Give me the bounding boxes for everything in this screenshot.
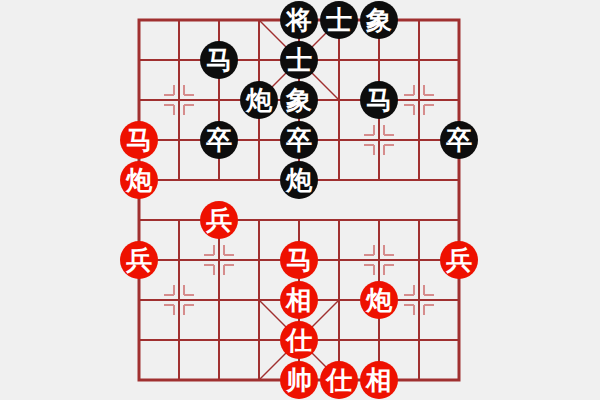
board-point[interactable]: [319, 160, 359, 200]
piece-black-advisor[interactable]: 士: [320, 1, 358, 39]
board-point[interactable]: [239, 200, 279, 240]
board-point[interactable]: [239, 160, 279, 200]
board-point[interactable]: 兵: [119, 240, 159, 280]
board-point[interactable]: [399, 120, 439, 160]
board-point[interactable]: [399, 280, 439, 320]
piece-black-cannon[interactable]: 炮: [280, 161, 318, 199]
board-point[interactable]: 将: [279, 0, 319, 40]
board-point[interactable]: [399, 80, 439, 120]
board-point[interactable]: [359, 120, 399, 160]
piece-black-elephant[interactable]: 象: [280, 81, 318, 119]
board-point[interactable]: 相: [359, 360, 399, 400]
board-point[interactable]: [239, 360, 279, 400]
piece-black-horse[interactable]: 马: [200, 41, 238, 79]
board-point[interactable]: 卒: [439, 120, 479, 160]
board-point[interactable]: [439, 0, 479, 40]
piece-red-pawn[interactable]: 兵: [120, 241, 158, 279]
piece-black-advisor[interactable]: 士: [280, 41, 318, 79]
piece-red-advisor[interactable]: 仕: [280, 321, 318, 359]
board-point[interactable]: [359, 160, 399, 200]
piece-black-cannon[interactable]: 炮: [240, 81, 278, 119]
board-point[interactable]: [119, 320, 159, 360]
board-point[interactable]: 仕: [279, 320, 319, 360]
xiangqi-board: 将士象马士炮象马马卒卒卒炮炮兵兵马兵相炮仕帅仕相: [0, 0, 600, 400]
board-point[interactable]: [199, 280, 239, 320]
board-point[interactable]: [319, 40, 359, 80]
board-point[interactable]: 马: [119, 120, 159, 160]
board-point[interactable]: [119, 40, 159, 80]
board-point[interactable]: [239, 120, 279, 160]
board-point[interactable]: [359, 240, 399, 280]
board-point[interactable]: [319, 120, 359, 160]
board-point[interactable]: [159, 240, 199, 280]
board-point[interactable]: [239, 280, 279, 320]
board-point[interactable]: [159, 360, 199, 400]
board-point[interactable]: [239, 240, 279, 280]
board-point[interactable]: [159, 40, 199, 80]
board-point[interactable]: [319, 80, 359, 120]
piece-black-elephant[interactable]: 象: [360, 1, 398, 39]
piece-black-pawn[interactable]: 卒: [200, 121, 238, 159]
piece-red-advisor[interactable]: 仕: [320, 361, 358, 399]
board-point[interactable]: 士: [319, 0, 359, 40]
board-point[interactable]: 帅: [279, 360, 319, 400]
board-point[interactable]: [199, 360, 239, 400]
piece-red-horse[interactable]: 马: [120, 121, 158, 159]
board-point[interactable]: [399, 320, 439, 360]
board-point[interactable]: [439, 360, 479, 400]
piece-red-general[interactable]: 帅: [280, 361, 318, 399]
board-point[interactable]: [399, 0, 439, 40]
board-point[interactable]: 兵: [439, 240, 479, 280]
board-point[interactable]: 士: [279, 40, 319, 80]
piece-red-cannon[interactable]: 炮: [120, 161, 158, 199]
piece-red-elephant[interactable]: 相: [360, 361, 398, 399]
board-point[interactable]: [359, 40, 399, 80]
board-point[interactable]: [239, 40, 279, 80]
board-point[interactable]: [439, 320, 479, 360]
board-point[interactable]: [199, 320, 239, 360]
board-point[interactable]: [239, 320, 279, 360]
board-point[interactable]: [199, 80, 239, 120]
board-point[interactable]: [199, 0, 239, 40]
board-point[interactable]: [399, 360, 439, 400]
board-point[interactable]: [319, 280, 359, 320]
piece-red-elephant[interactable]: 相: [280, 281, 318, 319]
board-point[interactable]: [159, 200, 199, 240]
board-point[interactable]: 炮: [239, 80, 279, 120]
board-point[interactable]: [199, 240, 239, 280]
board-point[interactable]: [159, 160, 199, 200]
board-grid: 将士象马士炮象马马卒卒卒炮炮兵兵马兵相炮仕帅仕相: [119, 0, 479, 400]
board-point[interactable]: [279, 200, 319, 240]
piece-black-horse[interactable]: 马: [360, 81, 398, 119]
board-point[interactable]: 马: [359, 80, 399, 120]
piece-black-general[interactable]: 将: [280, 1, 318, 39]
board-point[interactable]: [359, 200, 399, 240]
board-point[interactable]: [119, 280, 159, 320]
board-point[interactable]: [119, 80, 159, 120]
board-point[interactable]: 炮: [359, 280, 399, 320]
board-point[interactable]: 兵: [199, 200, 239, 240]
board-point[interactable]: 炮: [279, 160, 319, 200]
board-point[interactable]: [119, 360, 159, 400]
board-point[interactable]: [359, 320, 399, 360]
board-point[interactable]: [319, 200, 359, 240]
board-point[interactable]: 相: [279, 280, 319, 320]
board-point[interactable]: 马: [279, 240, 319, 280]
board-point[interactable]: [439, 200, 479, 240]
piece-black-pawn[interactable]: 卒: [440, 121, 478, 159]
board-point[interactable]: 卒: [279, 120, 319, 160]
board-point[interactable]: [439, 280, 479, 320]
piece-red-pawn[interactable]: 兵: [440, 241, 478, 279]
board-point[interactable]: [159, 80, 199, 120]
board-point[interactable]: 马: [199, 40, 239, 80]
board-point[interactable]: [319, 240, 359, 280]
piece-black-pawn[interactable]: 卒: [280, 121, 318, 159]
board-point[interactable]: [439, 40, 479, 80]
board-point[interactable]: [119, 200, 159, 240]
board-point[interactable]: [439, 80, 479, 120]
board-point[interactable]: 卒: [199, 120, 239, 160]
board-point[interactable]: 象: [279, 80, 319, 120]
board-point[interactable]: [239, 0, 279, 40]
board-point[interactable]: 炮: [119, 160, 159, 200]
board-point[interactable]: [159, 120, 199, 160]
board-point[interactable]: 象: [359, 0, 399, 40]
board-point[interactable]: [399, 200, 439, 240]
piece-red-pawn[interactable]: 兵: [200, 201, 238, 239]
board-point[interactable]: [399, 160, 439, 200]
board-point[interactable]: [319, 320, 359, 360]
board-point[interactable]: 仕: [319, 360, 359, 400]
board-point[interactable]: [119, 0, 159, 40]
piece-red-horse[interactable]: 马: [280, 241, 318, 279]
board-point[interactable]: [439, 160, 479, 200]
board-point[interactable]: [399, 240, 439, 280]
piece-red-cannon[interactable]: 炮: [360, 281, 398, 319]
board-point[interactable]: [159, 280, 199, 320]
board-point[interactable]: [199, 160, 239, 200]
board-point[interactable]: [399, 40, 439, 80]
board-point[interactable]: [159, 0, 199, 40]
board-point[interactable]: [159, 320, 199, 360]
